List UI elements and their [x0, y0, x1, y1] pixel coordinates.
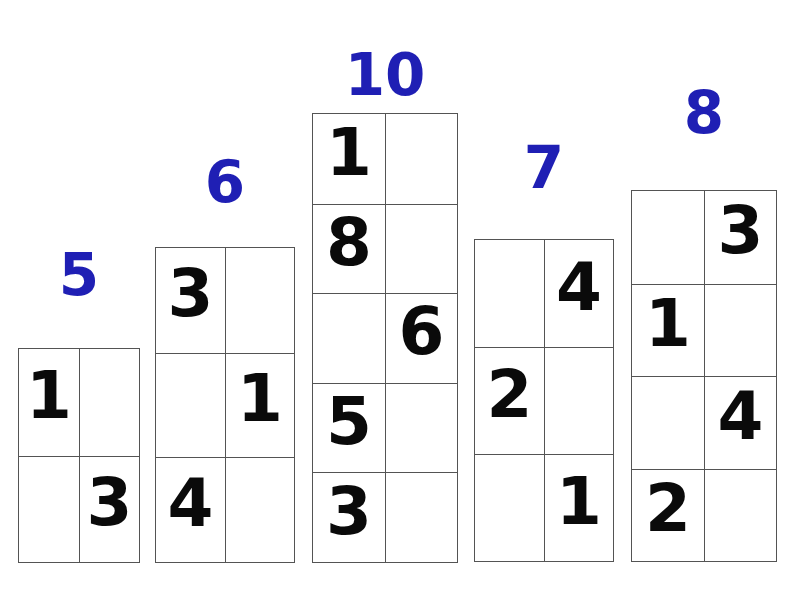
- given-digit: 3: [87, 470, 133, 536]
- tower-5-cell-r2c1-empty[interactable]: [19, 456, 79, 563]
- given-digit: 3: [326, 479, 372, 545]
- tower-7-cell-r3c2: 1: [544, 454, 613, 561]
- bond-grid-6: 314: [155, 247, 295, 563]
- bond-grid-7: 421: [474, 239, 614, 562]
- target-number-8: 8: [631, 84, 777, 142]
- tower-5-cell-r1c1: 1: [19, 349, 79, 456]
- tower-6-cell-r2c2: 1: [225, 353, 294, 458]
- tower-5-cell-r1c2-empty[interactable]: [79, 349, 139, 456]
- given-digit: 2: [645, 476, 691, 542]
- target-number-6: 6: [155, 153, 295, 211]
- tower-8-cell-r1c1-empty[interactable]: [632, 191, 704, 284]
- tower-10-cell-r3c1-empty[interactable]: [313, 293, 385, 383]
- tower-6-cell-r3c1: 4: [156, 457, 225, 562]
- given-digit: 1: [26, 363, 72, 429]
- tower-8-cell-r4c2-empty[interactable]: [704, 469, 776, 562]
- tower-10-cell-r5c2-empty[interactable]: [385, 472, 457, 562]
- tower-10-cell-r5c1: 3: [313, 472, 385, 562]
- target-number-5: 5: [18, 246, 140, 304]
- given-digit: 4: [718, 384, 764, 450]
- given-digit: 1: [645, 291, 691, 357]
- given-digit: 1: [237, 366, 283, 432]
- target-number-7: 7: [474, 139, 614, 197]
- given-digit: 1: [326, 120, 372, 186]
- tower-10-cell-r1c2-empty[interactable]: [385, 114, 457, 204]
- given-digit: 4: [556, 255, 602, 321]
- tower-10-cell-r3c2: 6: [385, 293, 457, 383]
- tower-10-cell-r4c2-empty[interactable]: [385, 383, 457, 473]
- given-digit: 2: [487, 362, 533, 428]
- tower-8-cell-r3c1-empty[interactable]: [632, 376, 704, 469]
- bond-grid-5: 13: [18, 348, 140, 563]
- given-digit: 3: [168, 261, 214, 327]
- given-digit: 3: [718, 198, 764, 264]
- number-bonds-worksheet: 5 13 6 314 10 18653 7 421 8 3142: [0, 0, 800, 600]
- tower-7-cell-r1c2: 4: [544, 240, 613, 347]
- tower-7-cell-r3c1-empty[interactable]: [475, 454, 544, 561]
- tower-8-cell-r2c2-empty[interactable]: [704, 284, 776, 377]
- tower-8-cell-r1c2: 3: [704, 191, 776, 284]
- tower-10-cell-r1c1: 1: [313, 114, 385, 204]
- tower-10-cell-r2c1: 8: [313, 204, 385, 294]
- given-digit: 8: [326, 210, 372, 276]
- tower-6-cell-r3c2-empty[interactable]: [225, 457, 294, 562]
- tower-8-cell-r2c1: 1: [632, 284, 704, 377]
- bond-grid-8: 3142: [631, 190, 777, 562]
- tower-8-cell-r4c1: 2: [632, 469, 704, 562]
- given-digit: 1: [556, 469, 602, 535]
- tower-6-cell-r1c1: 3: [156, 248, 225, 353]
- tower-7-cell-r2c1: 2: [475, 347, 544, 454]
- tower-6-cell-r2c1-empty[interactable]: [156, 353, 225, 458]
- target-number-10: 10: [312, 46, 458, 104]
- tower-7-cell-r2c2-empty[interactable]: [544, 347, 613, 454]
- tower-7-cell-r1c1-empty[interactable]: [475, 240, 544, 347]
- given-digit: 4: [168, 471, 214, 537]
- tower-10-cell-r2c2-empty[interactable]: [385, 204, 457, 294]
- tower-8-cell-r3c2: 4: [704, 376, 776, 469]
- given-digit: 5: [326, 389, 372, 455]
- tower-6-cell-r1c2-empty[interactable]: [225, 248, 294, 353]
- given-digit: 6: [399, 299, 445, 365]
- tower-5-cell-r2c2: 3: [79, 456, 139, 563]
- tower-10-cell-r4c1: 5: [313, 383, 385, 473]
- bond-grid-10: 18653: [312, 113, 458, 563]
